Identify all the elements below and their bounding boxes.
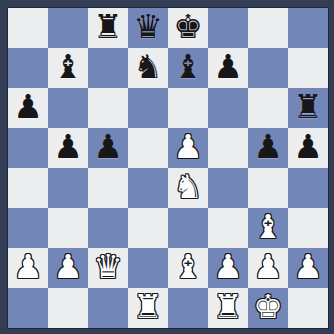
- square-b3[interactable]: [48, 208, 88, 248]
- square-h3[interactable]: [288, 208, 328, 248]
- square-f2[interactable]: ♟: [208, 248, 248, 288]
- square-h4[interactable]: [288, 168, 328, 208]
- square-g2[interactable]: ♟: [248, 248, 288, 288]
- chess-board: ♜♛♚♝♞♝♟♟♜♟♟♟♟♟♞♝♟♟♛♝♟♟♟♜♜♚: [8, 8, 328, 328]
- white-pawn[interactable]: ♟: [53, 248, 83, 287]
- square-g6[interactable]: [248, 88, 288, 128]
- black-bishop[interactable]: ♝: [173, 48, 203, 87]
- black-rook[interactable]: ♜: [293, 88, 323, 127]
- black-pawn[interactable]: ♟: [253, 128, 283, 167]
- square-h7[interactable]: [288, 48, 328, 88]
- black-king[interactable]: ♚: [173, 8, 203, 47]
- square-a8[interactable]: [8, 8, 48, 48]
- square-h5[interactable]: ♟: [288, 128, 328, 168]
- white-pawn[interactable]: ♟: [213, 248, 243, 287]
- square-f1[interactable]: ♜: [208, 288, 248, 328]
- square-b1[interactable]: [48, 288, 88, 328]
- square-d1[interactable]: ♜: [128, 288, 168, 328]
- white-pawn[interactable]: ♟: [173, 128, 203, 167]
- square-d4[interactable]: [128, 168, 168, 208]
- square-a3[interactable]: [8, 208, 48, 248]
- square-h6[interactable]: ♜: [288, 88, 328, 128]
- black-rook[interactable]: ♜: [93, 8, 123, 47]
- square-e1[interactable]: [168, 288, 208, 328]
- black-pawn[interactable]: ♟: [293, 128, 323, 167]
- square-a7[interactable]: [8, 48, 48, 88]
- square-e3[interactable]: [168, 208, 208, 248]
- square-a4[interactable]: [8, 168, 48, 208]
- square-f7[interactable]: ♟: [208, 48, 248, 88]
- square-b8[interactable]: [48, 8, 88, 48]
- square-c8[interactable]: ♜: [88, 8, 128, 48]
- square-e6[interactable]: [168, 88, 208, 128]
- square-d8[interactable]: ♛: [128, 8, 168, 48]
- square-g8[interactable]: [248, 8, 288, 48]
- white-rook[interactable]: ♜: [133, 288, 163, 327]
- square-f4[interactable]: [208, 168, 248, 208]
- black-pawn[interactable]: ♟: [213, 48, 243, 87]
- square-e5[interactable]: ♟: [168, 128, 208, 168]
- square-c5[interactable]: ♟: [88, 128, 128, 168]
- square-h1[interactable]: [288, 288, 328, 328]
- square-b2[interactable]: ♟: [48, 248, 88, 288]
- black-queen[interactable]: ♛: [133, 8, 163, 47]
- black-knight[interactable]: ♞: [133, 48, 163, 87]
- square-g4[interactable]: [248, 168, 288, 208]
- square-d2[interactable]: [128, 248, 168, 288]
- black-pawn[interactable]: ♟: [53, 128, 83, 167]
- black-bishop[interactable]: ♝: [53, 48, 83, 87]
- square-a6[interactable]: ♟: [8, 88, 48, 128]
- white-queen[interactable]: ♛: [93, 248, 123, 287]
- black-pawn[interactable]: ♟: [13, 88, 43, 127]
- square-b6[interactable]: [48, 88, 88, 128]
- white-pawn[interactable]: ♟: [253, 248, 283, 287]
- square-a2[interactable]: ♟: [8, 248, 48, 288]
- white-pawn[interactable]: ♟: [13, 248, 43, 287]
- square-f8[interactable]: [208, 8, 248, 48]
- square-e7[interactable]: ♝: [168, 48, 208, 88]
- square-h2[interactable]: ♟: [288, 248, 328, 288]
- square-d7[interactable]: ♞: [128, 48, 168, 88]
- square-d6[interactable]: [128, 88, 168, 128]
- square-a1[interactable]: [8, 288, 48, 328]
- square-f5[interactable]: [208, 128, 248, 168]
- square-f6[interactable]: [208, 88, 248, 128]
- square-b4[interactable]: [48, 168, 88, 208]
- square-b5[interactable]: ♟: [48, 128, 88, 168]
- square-e8[interactable]: ♚: [168, 8, 208, 48]
- square-b7[interactable]: ♝: [48, 48, 88, 88]
- black-pawn[interactable]: ♟: [93, 128, 123, 167]
- square-g5[interactable]: ♟: [248, 128, 288, 168]
- square-g3[interactable]: ♝: [248, 208, 288, 248]
- square-c1[interactable]: [88, 288, 128, 328]
- board-frame: ♜♛♚♝♞♝♟♟♜♟♟♟♟♟♞♝♟♟♛♝♟♟♟♜♜♚: [0, 0, 334, 334]
- square-d3[interactable]: [128, 208, 168, 248]
- square-h8[interactable]: [288, 8, 328, 48]
- square-e2[interactable]: ♝: [168, 248, 208, 288]
- square-c2[interactable]: ♛: [88, 248, 128, 288]
- square-e4[interactable]: ♞: [168, 168, 208, 208]
- white-knight[interactable]: ♞: [173, 168, 203, 207]
- white-bishop[interactable]: ♝: [173, 248, 203, 287]
- white-rook[interactable]: ♜: [213, 288, 243, 327]
- white-king[interactable]: ♚: [253, 288, 283, 327]
- square-d5[interactable]: [128, 128, 168, 168]
- square-c6[interactable]: [88, 88, 128, 128]
- square-g7[interactable]: [248, 48, 288, 88]
- square-f3[interactable]: [208, 208, 248, 248]
- square-a5[interactable]: [8, 128, 48, 168]
- square-c4[interactable]: [88, 168, 128, 208]
- square-g1[interactable]: ♚: [248, 288, 288, 328]
- white-bishop[interactable]: ♝: [253, 208, 283, 247]
- square-c3[interactable]: [88, 208, 128, 248]
- white-pawn[interactable]: ♟: [293, 248, 323, 287]
- square-c7[interactable]: [88, 48, 128, 88]
